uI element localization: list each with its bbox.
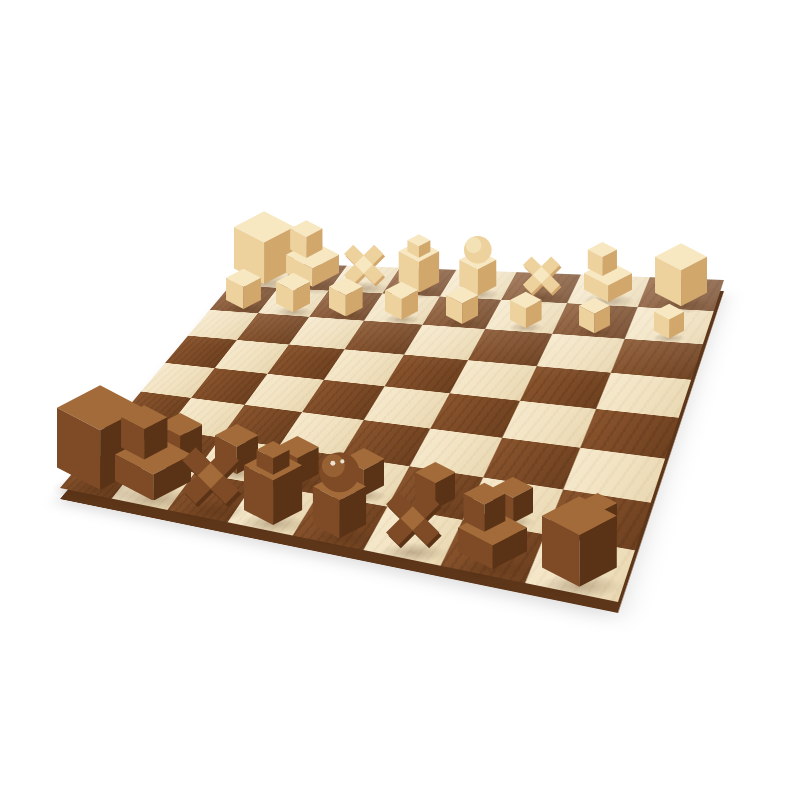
piece-black-rook[interactable] — [542, 496, 617, 587]
piece-white-pawn[interactable] — [446, 286, 478, 324]
piece-white-knight[interactable] — [584, 240, 632, 302]
piece-white-pawn[interactable] — [276, 272, 310, 312]
piece-white-pawn[interactable] — [329, 277, 363, 317]
piece-black-knight[interactable] — [458, 480, 527, 569]
piece-black-bishop[interactable] — [178, 439, 243, 512]
piece-black-queen[interactable] — [311, 451, 368, 538]
bauhaus-chess-photo — [0, 0, 800, 800]
piece-black-king[interactable] — [243, 432, 303, 525]
piece-white-rook[interactable] — [655, 243, 707, 306]
piece-white-pawn[interactable] — [385, 281, 418, 320]
piece-white-pawn[interactable] — [654, 303, 684, 339]
piece-black-bishop[interactable] — [382, 484, 443, 553]
piece-white-pawn[interactable] — [226, 268, 261, 309]
piece-white-pawn[interactable] — [510, 291, 542, 328]
piece-white-pawn[interactable] — [579, 297, 610, 333]
